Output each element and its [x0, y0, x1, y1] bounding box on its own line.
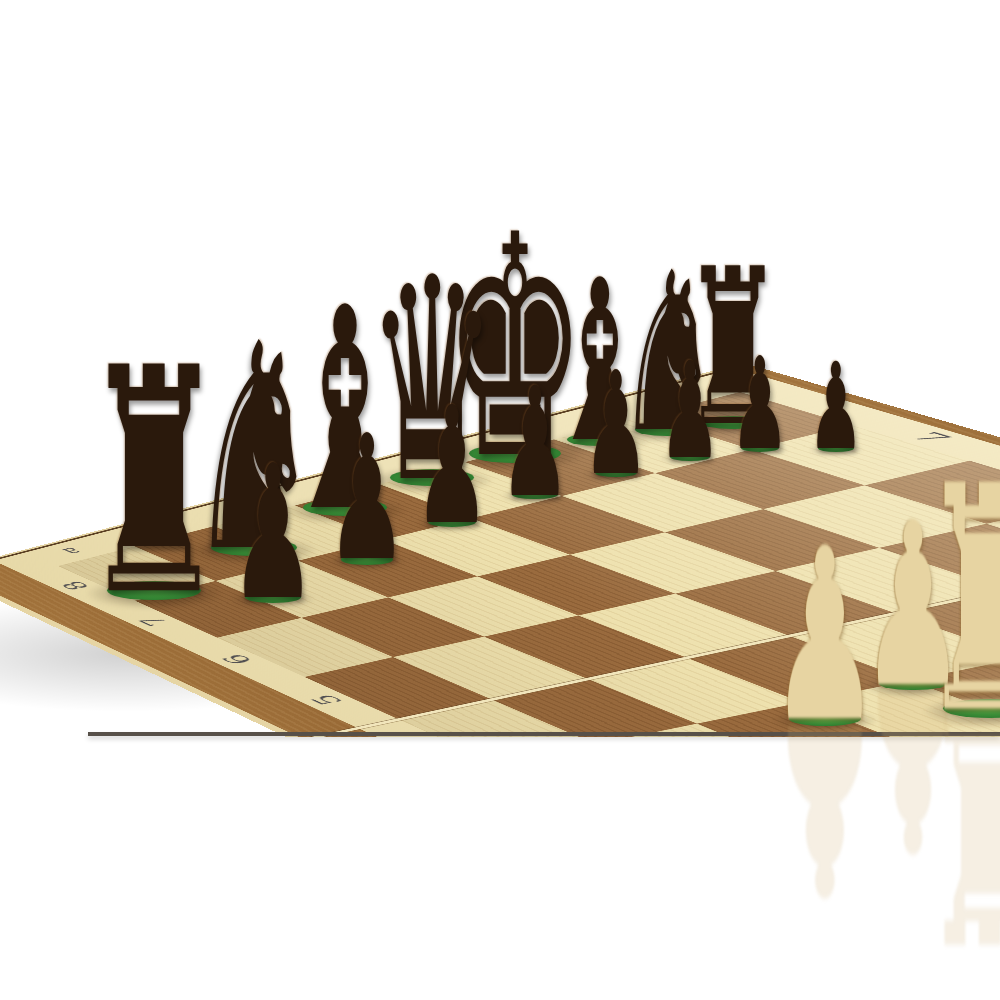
piece-black-pawn-d7: ♟ [500, 367, 571, 519]
piece-black-pawn-h7: ♟ [808, 347, 864, 467]
piece-black-pawn-f7: ♟ [659, 344, 721, 477]
piece-white-pawn-f2: ♟ [770, 517, 881, 755]
piece-black-pawn-a7: ♟ [230, 441, 316, 626]
piece-black-pawn-c7: ♟ [414, 385, 490, 547]
piece-black-pawn-b7: ♟ [327, 413, 408, 586]
piece-black-pawn-g7: ♟ [730, 341, 789, 468]
chess-set-photo: 87654321a7 ♜♞♝♛♚♝♞♜♟♟♟♟♟♟♟♟♟♟♟♟♜♜ [0, 0, 1000, 1000]
piece-black-pawn-e7: ♟ [583, 353, 649, 495]
piece-black-rook-a8: ♜ [82, 328, 227, 639]
piece-white-rook-h1: ♜ [918, 446, 1000, 757]
